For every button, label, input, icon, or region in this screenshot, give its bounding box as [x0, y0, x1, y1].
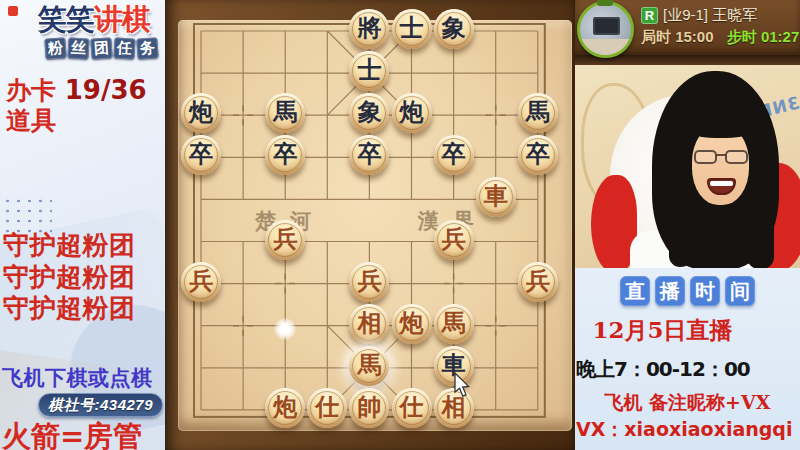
channel-logo-icon [8, 6, 18, 16]
player-name-row: R [业9-1] 王晓军 [641, 6, 757, 25]
guard-fan-club-line: 守护超粉团 [3, 293, 136, 325]
piece-glyph: 相 [357, 311, 381, 335]
piece-車-red[interactable]: 車 [476, 177, 516, 217]
club-id-pill: 棋社号:434279 [38, 393, 163, 417]
piece-仕-red[interactable]: 仕 [392, 388, 432, 428]
piece-兵-red[interactable]: 兵 [181, 262, 221, 302]
logo-text-secondary: 讲棋 [94, 2, 150, 36]
guard-fan-club-line: 守护超粉团 [3, 262, 136, 294]
piece-glyph: 仕 [400, 395, 424, 419]
fan-club-task-tiles[interactable]: 粉丝团任务 [45, 38, 158, 59]
piece-炮-black[interactable]: 炮 [181, 93, 221, 133]
rocket-admin-line: 火箭=房管 [2, 417, 142, 450]
webcam-video: 3NE [575, 55, 800, 268]
guard-fan-club-line: 守护超粉团 [3, 230, 136, 262]
piece-象-black[interactable]: 象 [434, 9, 474, 49]
fan-tile: 务 [136, 37, 158, 59]
piece-兵-red[interactable]: 兵 [349, 262, 389, 302]
move-clock: 步时 01:27 [727, 28, 800, 45]
piece-馬-red[interactable]: 馬 [349, 346, 389, 386]
stream-schedule-panel: 直播时间 12月5日直播 晚上7：00-12：00 飞机 备注昵称+VX VX：… [575, 268, 800, 450]
piece-glyph: 卒 [189, 142, 213, 166]
game-clock: 局时 15:00 [641, 28, 714, 45]
piece-士-black[interactable]: 士 [392, 9, 432, 49]
fan-tile: 任 [113, 37, 135, 59]
logo-text-primary: 笑笑 [38, 2, 94, 36]
piece-glyph: 馬 [357, 353, 381, 377]
stream-hours-line: 晚上7：00-12：00 [576, 356, 750, 383]
fan-tile: 丝 [67, 37, 89, 59]
sidebar: 笑笑讲棋 粉丝团任务 办卡 19/36 道具 守护超粉团守护超粉团守护超粉团 飞… [0, 0, 165, 450]
contact-line-1: 飞机 备注昵称+VX [575, 390, 800, 416]
glasses-lens-right [725, 150, 748, 164]
avatar-monitor-icon [593, 17, 620, 35]
right-panel: R [业9-1] 王晓军 局时 15:00 步时 01:27 3NE [575, 0, 800, 450]
hair-fringe [686, 113, 755, 138]
piece-兵-red[interactable]: 兵 [434, 220, 474, 260]
live-time-badge: 时 [690, 276, 720, 306]
avatar-desk-shape [580, 39, 631, 55]
membership-count: 19/36 [65, 75, 147, 105]
piece-glyph: 象 [442, 16, 466, 40]
piece-glyph: 兵 [442, 227, 466, 251]
membership-label: 办卡 [6, 76, 56, 105]
piece-glyph: 將 [357, 16, 381, 40]
piece-glyph: 帥 [357, 395, 381, 419]
contact-line-2: VX：xiaoxiaoxiangqi [576, 417, 792, 443]
piece-兵-red[interactable]: 兵 [518, 262, 558, 302]
xiangqi-board[interactable]: 楚河 漢界 將士象士炮馬象炮馬卒卒卒卒卒車兵兵兵兵兵相炮馬馬車炮仕帥仕相 [165, 0, 575, 450]
fan-tile: 粉 [44, 37, 66, 59]
mouse-cursor [453, 372, 471, 399]
hair-lock-left [669, 203, 692, 267]
piece-glyph: 兵 [273, 227, 297, 251]
piece-glyph: 卒 [442, 142, 466, 166]
piece-炮-black[interactable]: 炮 [392, 93, 432, 133]
glasses-icon [694, 150, 748, 165]
live-time-badge-row: 直播时间 [575, 276, 800, 306]
piece-卒-black[interactable]: 卒 [518, 135, 558, 175]
piece-glyph: 車 [484, 184, 508, 208]
piece-兵-red[interactable]: 兵 [265, 220, 305, 260]
piece-glyph: 兵 [357, 269, 381, 293]
channel-logo: 笑笑讲棋 [38, 2, 150, 36]
live-time-badge: 播 [655, 276, 685, 306]
club-id-text: 棋社号:434279 [48, 396, 153, 415]
piece-glyph: 馬 [273, 100, 297, 124]
move-highlight-dot [274, 318, 296, 340]
live-time-badge: 间 [725, 276, 755, 306]
hair-lock-right [747, 193, 774, 268]
piece-炮-red[interactable]: 炮 [265, 388, 305, 428]
piece-glyph: 炮 [273, 395, 297, 419]
piece-馬-red[interactable]: 馬 [434, 304, 474, 344]
piece-glyph: 仕 [315, 395, 339, 419]
clock-row: 局时 15:00 步时 01:27 [641, 28, 799, 47]
stream-date-line: 12月5日直播 [575, 315, 750, 346]
avatar-camera-notch [597, 0, 613, 6]
piece-glyph: 士 [357, 58, 381, 82]
piece-glyph: 兵 [189, 269, 213, 293]
piece-glyph: 馬 [442, 311, 466, 335]
piece-glyph: 兵 [526, 269, 550, 293]
piece-仕-red[interactable]: 仕 [307, 388, 347, 428]
glasses-lens-left [694, 150, 717, 164]
player-name: [业9-1] 王晓军 [663, 6, 757, 25]
piece-glyph: 卒 [357, 142, 381, 166]
player-avatar[interactable] [577, 1, 634, 58]
player-info-bar: R [业9-1] 王晓军 局时 15:00 步时 01:27 [575, 0, 800, 55]
piece-glyph: 卒 [273, 142, 297, 166]
xiangqi-livestream-page: 笑笑讲棋 粉丝团任务 办卡 19/36 道具 守护超粉团守护超粉团守护超粉团 飞… [0, 0, 800, 450]
piece-馬-black[interactable]: 馬 [518, 93, 558, 133]
fan-tile: 团 [90, 37, 112, 59]
piece-glyph: 卒 [526, 142, 550, 166]
rating-badge-icon: R [641, 7, 658, 24]
piece-glyph: 馬 [526, 100, 550, 124]
piece-相-red[interactable]: 相 [349, 304, 389, 344]
props-line[interactable]: 道具 [6, 104, 56, 137]
piece-glyph: 士 [400, 16, 424, 40]
piece-glyph: 象 [357, 100, 381, 124]
guard-fan-club-lines: 守护超粉团守护超粉团守护超粉团 [3, 230, 136, 325]
piece-glyph: 炮 [400, 100, 424, 124]
piece-炮-red[interactable]: 炮 [392, 304, 432, 344]
piece-glyph: 炮 [400, 311, 424, 335]
plane-play-line: 飞机下棋或点棋 [2, 364, 153, 392]
live-time-badge: 直 [620, 276, 650, 306]
piece-glyph: 炮 [189, 100, 213, 124]
membership-count-line[interactable]: 办卡 19/36 [6, 74, 147, 107]
piece-卒-black[interactable]: 卒 [434, 135, 474, 175]
